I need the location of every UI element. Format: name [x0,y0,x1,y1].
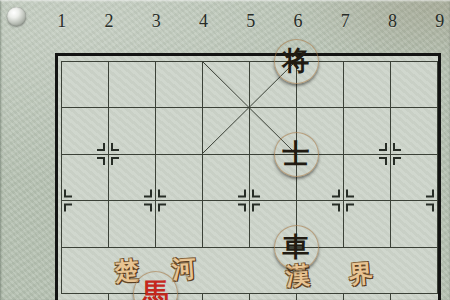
file-label-1: 1 [38,11,85,33]
file-label-7: 7 [322,11,369,33]
sphere-indicator-button[interactable] [7,7,26,26]
file-label-8: 8 [369,11,416,33]
file-label-9: 9 [416,11,450,33]
piece-black-general[interactable]: 将 [274,39,319,84]
file-label-2: 2 [85,11,132,33]
xiangqi-board[interactable]: 楚 河 漢 界 将士車馬 [55,53,441,300]
xiangqi-window: { "game": "xiangqi", "window": { "backgr… [0,0,450,300]
piece-red-horse[interactable]: 馬 [133,271,178,300]
file-labels: 1 2 3 4 5 6 7 8 9 [38,11,450,33]
file-label-6: 6 [274,11,321,33]
file-label-3: 3 [133,11,180,33]
piece-black-advisor[interactable]: 士 [274,132,319,177]
file-label-5: 5 [227,11,274,33]
file-label-4: 4 [180,11,227,33]
piece-black-chariot[interactable]: 車 [274,225,319,270]
piece-layer: 将士車馬 [38,38,450,300]
